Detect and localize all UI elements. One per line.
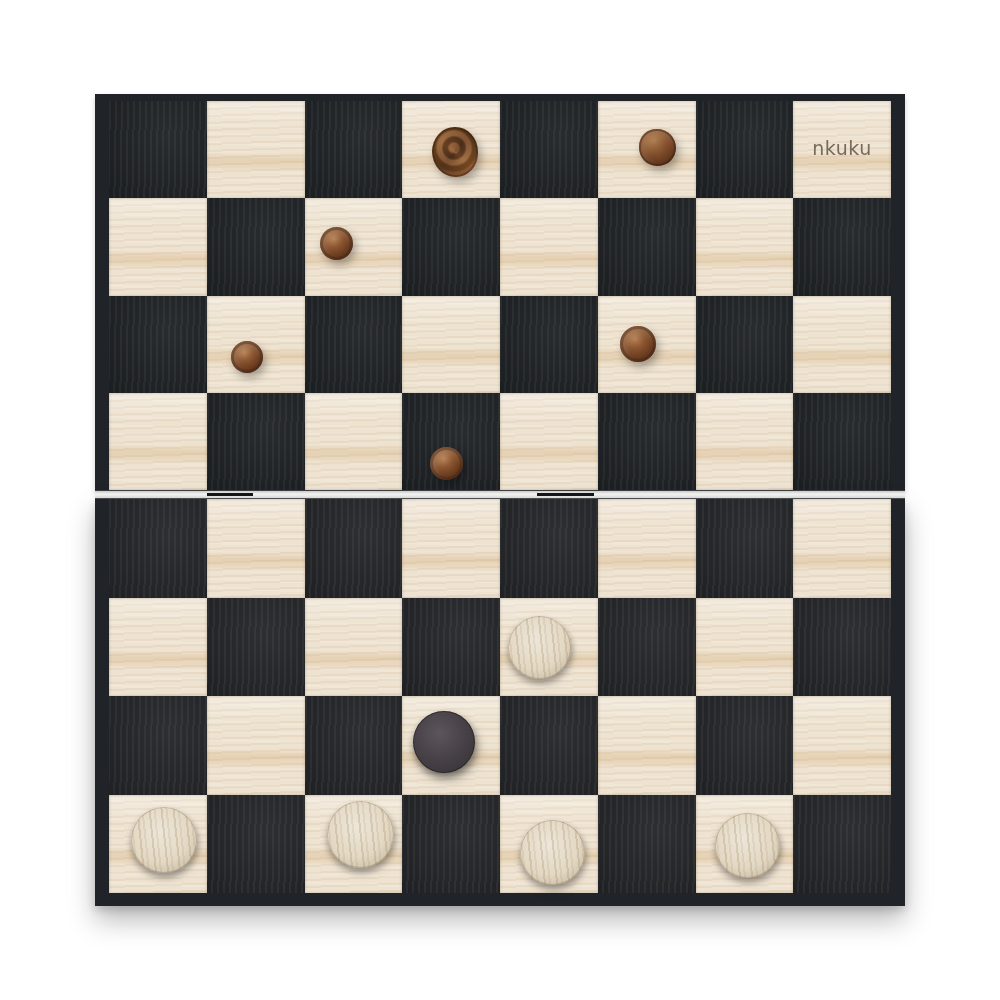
square-g3[interactable] xyxy=(696,598,794,697)
square-f6[interactable] xyxy=(598,296,696,393)
square-c4[interactable] xyxy=(305,499,403,598)
square-a5[interactable] xyxy=(109,393,207,490)
square-b6[interactable] xyxy=(207,296,305,393)
square-f5[interactable] xyxy=(598,393,696,490)
board-grid-bottom xyxy=(109,499,891,893)
chess-piece-large[interactable] xyxy=(432,127,478,177)
square-h2[interactable] xyxy=(793,696,891,795)
square-c3[interactable] xyxy=(305,598,403,697)
square-e3[interactable] xyxy=(500,598,598,697)
square-e8[interactable] xyxy=(500,101,598,198)
square-f1[interactable] xyxy=(598,795,696,894)
square-g2[interactable] xyxy=(696,696,794,795)
square-g8[interactable] xyxy=(696,101,794,198)
square-h7[interactable] xyxy=(793,198,891,295)
board-top-half xyxy=(95,94,905,491)
square-c6[interactable] xyxy=(305,296,403,393)
square-h1[interactable] xyxy=(793,795,891,894)
square-e5[interactable] xyxy=(500,393,598,490)
square-c1[interactable] xyxy=(305,795,403,894)
square-c5[interactable] xyxy=(305,393,403,490)
square-a1[interactable] xyxy=(109,795,207,894)
square-g7[interactable] xyxy=(696,198,794,295)
square-c8[interactable] xyxy=(305,101,403,198)
square-a3[interactable] xyxy=(109,598,207,697)
draughts-disc-light[interactable] xyxy=(715,813,780,878)
square-d4[interactable] xyxy=(402,499,500,598)
square-c7[interactable] xyxy=(305,198,403,295)
brand-logo: nkuku xyxy=(792,133,892,163)
square-b8[interactable] xyxy=(207,101,305,198)
square-b1[interactable] xyxy=(207,795,305,894)
square-e4[interactable] xyxy=(500,499,598,598)
chess-pawn[interactable] xyxy=(231,341,263,373)
square-d7[interactable] xyxy=(402,198,500,295)
chess-pawn[interactable] xyxy=(430,447,463,480)
square-h3[interactable] xyxy=(793,598,891,697)
draughts-disc-light[interactable] xyxy=(508,616,571,679)
chess-piece-medium[interactable] xyxy=(639,129,676,166)
square-d8[interactable] xyxy=(402,101,500,198)
square-f2[interactable] xyxy=(598,696,696,795)
square-b7[interactable] xyxy=(207,198,305,295)
hinge-gap-mark xyxy=(537,493,594,496)
square-e2[interactable] xyxy=(500,696,598,795)
square-f8[interactable] xyxy=(598,101,696,198)
square-f7[interactable] xyxy=(598,198,696,295)
square-g1[interactable] xyxy=(696,795,794,894)
product-photo-stage: nkuku xyxy=(0,0,1000,1000)
square-d2[interactable] xyxy=(402,696,500,795)
square-a8[interactable] xyxy=(109,101,207,198)
square-b5[interactable] xyxy=(207,393,305,490)
square-h6[interactable] xyxy=(793,296,891,393)
square-f3[interactable] xyxy=(598,598,696,697)
square-d5[interactable] xyxy=(402,393,500,490)
board-bottom-half xyxy=(95,498,905,906)
square-f4[interactable] xyxy=(598,499,696,598)
square-a4[interactable] xyxy=(109,499,207,598)
square-d6[interactable] xyxy=(402,296,500,393)
square-h4[interactable] xyxy=(793,499,891,598)
square-b3[interactable] xyxy=(207,598,305,697)
square-d3[interactable] xyxy=(402,598,500,697)
square-h5[interactable] xyxy=(793,393,891,490)
square-c2[interactable] xyxy=(305,696,403,795)
square-b4[interactable] xyxy=(207,499,305,598)
square-e1[interactable] xyxy=(500,795,598,894)
draughts-disc-light[interactable] xyxy=(131,807,197,873)
square-a6[interactable] xyxy=(109,296,207,393)
draughts-disc-light[interactable] xyxy=(327,801,394,868)
square-g6[interactable] xyxy=(696,296,794,393)
square-e6[interactable] xyxy=(500,296,598,393)
draughts-disc-light[interactable] xyxy=(520,820,585,885)
chess-pawn[interactable] xyxy=(320,227,353,260)
square-g4[interactable] xyxy=(696,499,794,598)
board-grid-top xyxy=(109,101,891,490)
square-a2[interactable] xyxy=(109,696,207,795)
square-g5[interactable] xyxy=(696,393,794,490)
square-b2[interactable] xyxy=(207,696,305,795)
game-board: nkuku xyxy=(95,94,905,906)
square-e7[interactable] xyxy=(500,198,598,295)
draughts-disc-dark[interactable] xyxy=(413,711,475,773)
square-a7[interactable] xyxy=(109,198,207,295)
chess-pawn[interactable] xyxy=(620,326,656,362)
square-d1[interactable] xyxy=(402,795,500,894)
hinge-gap-mark xyxy=(207,493,253,496)
